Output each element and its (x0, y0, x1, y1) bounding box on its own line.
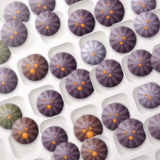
sparkle-highlight (131, 130, 135, 134)
sparkle-highlight (45, 25, 49, 29)
sparkle-highlight (52, 140, 56, 144)
sparkle-highlight (148, 96, 152, 100)
sparkle-highlight (5, 76, 8, 79)
sparkle-highlight (142, 4, 145, 7)
sparkle-highlight (124, 131, 127, 134)
sparkle-highlight (78, 86, 83, 91)
sparkle-highlight (37, 3, 41, 7)
sparkle-highlight (14, 31, 17, 34)
sparkle-highlight (81, 17, 84, 20)
sparkle-highlight (108, 74, 112, 78)
sparkle-highlight (109, 114, 112, 117)
sparkle-highlight (81, 81, 85, 85)
sparkle-highlight (138, 2, 141, 5)
sparkle-highlight (80, 23, 84, 27)
tray-pocket (26, 82, 63, 119)
crystal-rhinestone (133, 79, 160, 112)
sparkle-highlight (47, 105, 51, 109)
sparkle-highlight (128, 135, 133, 140)
sparkle-highlight (101, 10, 104, 13)
crystal-rhinestone (144, 109, 160, 144)
crystal-tray (0, 0, 160, 160)
sparkle-highlight (106, 15, 110, 19)
tray-pocket (110, 122, 147, 159)
crystal-rhinestone (17, 50, 52, 85)
sparkle-highlight (138, 63, 142, 67)
sparkle-highlight (10, 36, 14, 40)
sparkle-highlight (24, 127, 28, 131)
sparkle-highlight (57, 65, 60, 68)
sparkle-highlight (54, 135, 57, 138)
sparkle-highlight (74, 82, 77, 85)
sparkle-highlight (107, 3, 110, 6)
tray-pocket (15, 51, 52, 88)
tray-pocket (88, 60, 125, 97)
sparkle-highlight (43, 5, 47, 9)
sparkle-highlight (92, 151, 98, 157)
sparkle-highlight (88, 126, 92, 130)
sparkle-highlight (41, 22, 44, 25)
sparkle-highlight (92, 52, 95, 55)
sparkle-highlight (122, 37, 125, 40)
photo-canvas (0, 0, 160, 160)
sparkle-highlight (146, 20, 149, 23)
sparkle-highlight (30, 68, 36, 74)
sparkle-highlight (9, 27, 12, 30)
sparkle-highlight (113, 119, 117, 123)
tray-pocket (130, 79, 160, 116)
sparkle-highlight (27, 64, 31, 68)
sparkle-highlight (110, 10, 114, 14)
tray-pocket (34, 9, 71, 46)
sparkle-highlight (17, 11, 20, 14)
sparkle-highlight (144, 26, 148, 30)
sparkle-highlight (119, 33, 122, 36)
sparkle-highlight (7, 115, 11, 119)
tray-pocket (68, 102, 105, 139)
sparkle-highlight (61, 67, 65, 71)
sparkle-highlight (103, 71, 106, 74)
sparkle-highlight (2, 81, 6, 85)
sparkle-highlight (76, 22, 79, 25)
sparkle-highlight (43, 100, 46, 103)
sparkle-highlight (64, 156, 68, 160)
sparkle-highlight (145, 94, 148, 97)
sparkle-highlight (140, 58, 143, 61)
sparkle-highlight (50, 100, 53, 103)
sparkle-highlight (119, 41, 123, 45)
sparkle-highlight (33, 63, 38, 68)
tray-pocket (6, 124, 43, 160)
sparkle-highlight (115, 113, 118, 116)
